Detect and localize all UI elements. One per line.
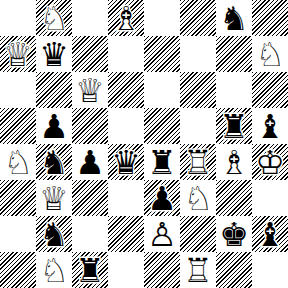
- square-f8[interactable]: [180, 0, 216, 36]
- white-queen[interactable]: ♛♕: [36, 180, 72, 216]
- black-bishop[interactable]: ♝♝: [252, 108, 288, 144]
- piece-glyph: ♛: [36, 36, 72, 72]
- black-pawn[interactable]: ♟♟: [36, 108, 72, 144]
- square-c7[interactable]: [72, 36, 108, 72]
- square-c8[interactable]: [72, 0, 108, 36]
- black-knight[interactable]: ♞♞: [216, 0, 252, 36]
- square-a1[interactable]: [0, 252, 36, 288]
- square-e7[interactable]: [144, 36, 180, 72]
- piece-glyph: ♟: [36, 108, 72, 144]
- square-a4[interactable]: ♞♘: [0, 144, 36, 180]
- square-g6[interactable]: [216, 72, 252, 108]
- piece-glyph: ♔: [252, 144, 288, 180]
- piece-glyph: ♝: [252, 216, 288, 252]
- white-queen[interactable]: ♛♕: [0, 36, 36, 72]
- square-f4[interactable]: ♜♖: [180, 144, 216, 180]
- black-knight[interactable]: ♞♞: [36, 216, 72, 252]
- square-b6[interactable]: [36, 72, 72, 108]
- square-h7[interactable]: ♞♘: [252, 36, 288, 72]
- piece-glyph: ♖: [180, 144, 216, 180]
- piece-glyph: ♚: [216, 216, 252, 252]
- square-a5[interactable]: [0, 108, 36, 144]
- piece-glyph: ♖: [180, 252, 216, 288]
- square-b8[interactable]: ♞♘: [36, 0, 72, 36]
- white-knight[interactable]: ♞♘: [180, 180, 216, 216]
- square-d2[interactable]: [108, 216, 144, 252]
- square-c3[interactable]: [72, 180, 108, 216]
- square-c6[interactable]: ♛♕: [72, 72, 108, 108]
- black-rook[interactable]: ♜♜: [72, 252, 108, 288]
- square-a6[interactable]: [0, 72, 36, 108]
- white-king[interactable]: ♚♔: [252, 144, 288, 180]
- white-pawn[interactable]: ♟♙: [144, 216, 180, 252]
- square-a7[interactable]: ♛♕: [0, 36, 36, 72]
- square-h4[interactable]: ♚♔: [252, 144, 288, 180]
- square-a8[interactable]: [0, 0, 36, 36]
- piece-glyph: ♞: [216, 0, 252, 36]
- black-bishop[interactable]: ♝♝: [252, 216, 288, 252]
- black-rook[interactable]: ♜♜: [144, 144, 180, 180]
- square-f5[interactable]: [180, 108, 216, 144]
- white-queen[interactable]: ♛♕: [72, 72, 108, 108]
- black-king[interactable]: ♚♚: [216, 216, 252, 252]
- square-d5[interactable]: [108, 108, 144, 144]
- piece-glyph: ♞: [36, 144, 72, 180]
- piece-glyph: ♘: [0, 144, 36, 180]
- black-queen[interactable]: ♛♛: [108, 144, 144, 180]
- white-bishop[interactable]: ♝♗: [108, 0, 144, 36]
- square-e8[interactable]: [144, 0, 180, 36]
- square-e3[interactable]: ♟♟: [144, 180, 180, 216]
- square-e2[interactable]: ♟♙: [144, 216, 180, 252]
- square-h3[interactable]: [252, 180, 288, 216]
- square-g1[interactable]: [216, 252, 252, 288]
- white-rook[interactable]: ♜♖: [180, 144, 216, 180]
- square-d3[interactable]: [108, 180, 144, 216]
- piece-glyph: ♕: [0, 36, 36, 72]
- square-b3[interactable]: ♛♕: [36, 180, 72, 216]
- square-e4[interactable]: ♜♜: [144, 144, 180, 180]
- black-queen[interactable]: ♛♛: [36, 36, 72, 72]
- piece-glyph: ♘: [36, 0, 72, 36]
- square-d4[interactable]: ♛♛: [108, 144, 144, 180]
- piece-glyph: ♘: [252, 36, 288, 72]
- black-pawn[interactable]: ♟♟: [72, 144, 108, 180]
- square-d7[interactable]: [108, 36, 144, 72]
- square-a2[interactable]: [0, 216, 36, 252]
- white-knight[interactable]: ♞♘: [252, 36, 288, 72]
- piece-glyph: ♕: [36, 180, 72, 216]
- square-f2[interactable]: [180, 216, 216, 252]
- square-d1[interactable]: [108, 252, 144, 288]
- square-b2[interactable]: ♞♞: [36, 216, 72, 252]
- white-knight[interactable]: ♞♘: [0, 144, 36, 180]
- piece-glyph: ♞: [36, 216, 72, 252]
- piece-glyph: ♘: [36, 252, 72, 288]
- piece-glyph: ♗: [216, 144, 252, 180]
- square-b5[interactable]: ♟♟: [36, 108, 72, 144]
- black-rook[interactable]: ♜♜: [216, 108, 252, 144]
- piece-glyph: ♜: [216, 108, 252, 144]
- square-h1[interactable]: [252, 252, 288, 288]
- piece-glyph: ♙: [144, 216, 180, 252]
- piece-glyph: ♜: [144, 144, 180, 180]
- square-c5[interactable]: [72, 108, 108, 144]
- square-e5[interactable]: [144, 108, 180, 144]
- piece-glyph: ♕: [72, 72, 108, 108]
- square-a3[interactable]: [0, 180, 36, 216]
- piece-glyph: ♗: [108, 0, 144, 36]
- square-f3[interactable]: ♞♘: [180, 180, 216, 216]
- square-f7[interactable]: [180, 36, 216, 72]
- square-c4[interactable]: ♟♟: [72, 144, 108, 180]
- square-g4[interactable]: ♝♗: [216, 144, 252, 180]
- square-f6[interactable]: [180, 72, 216, 108]
- square-c1[interactable]: ♜♜: [72, 252, 108, 288]
- square-h5[interactable]: ♝♝: [252, 108, 288, 144]
- square-g8[interactable]: ♞♞: [216, 0, 252, 36]
- square-g3[interactable]: [216, 180, 252, 216]
- square-d8[interactable]: ♝♗: [108, 0, 144, 36]
- square-b4[interactable]: ♞♞: [36, 144, 72, 180]
- square-b7[interactable]: ♛♛: [36, 36, 72, 72]
- square-g5[interactable]: ♜♜: [216, 108, 252, 144]
- piece-glyph: ♝: [252, 108, 288, 144]
- piece-glyph: ♟: [144, 180, 180, 216]
- square-c2[interactable]: [72, 216, 108, 252]
- square-g7[interactable]: [216, 36, 252, 72]
- square-f1[interactable]: ♜♖: [180, 252, 216, 288]
- square-d6[interactable]: [108, 72, 144, 108]
- square-h2[interactable]: ♝♝: [252, 216, 288, 252]
- square-b1[interactable]: ♞♘: [36, 252, 72, 288]
- piece-glyph: ♘: [180, 180, 216, 216]
- black-pawn[interactable]: ♟♟: [144, 180, 180, 216]
- black-knight[interactable]: ♞♞: [36, 144, 72, 180]
- square-e1[interactable]: [144, 252, 180, 288]
- white-knight[interactable]: ♞♘: [36, 0, 72, 36]
- white-knight[interactable]: ♞♘: [36, 252, 72, 288]
- piece-glyph: ♜: [72, 252, 108, 288]
- piece-glyph: ♟: [72, 144, 108, 180]
- white-bishop[interactable]: ♝♗: [216, 144, 252, 180]
- square-g2[interactable]: ♚♚: [216, 216, 252, 252]
- piece-glyph: ♛: [108, 144, 144, 180]
- chess-board: ♞♘♝♗♞♞♛♕♛♛♞♘♛♕♟♟♜♜♝♝♞♘♞♞♟♟♛♛♜♜♜♖♝♗♚♔♛♕♟♟…: [0, 0, 288, 288]
- square-h6[interactable]: [252, 72, 288, 108]
- white-rook[interactable]: ♜♖: [180, 252, 216, 288]
- square-h8[interactable]: [252, 0, 288, 36]
- square-e6[interactable]: [144, 72, 180, 108]
